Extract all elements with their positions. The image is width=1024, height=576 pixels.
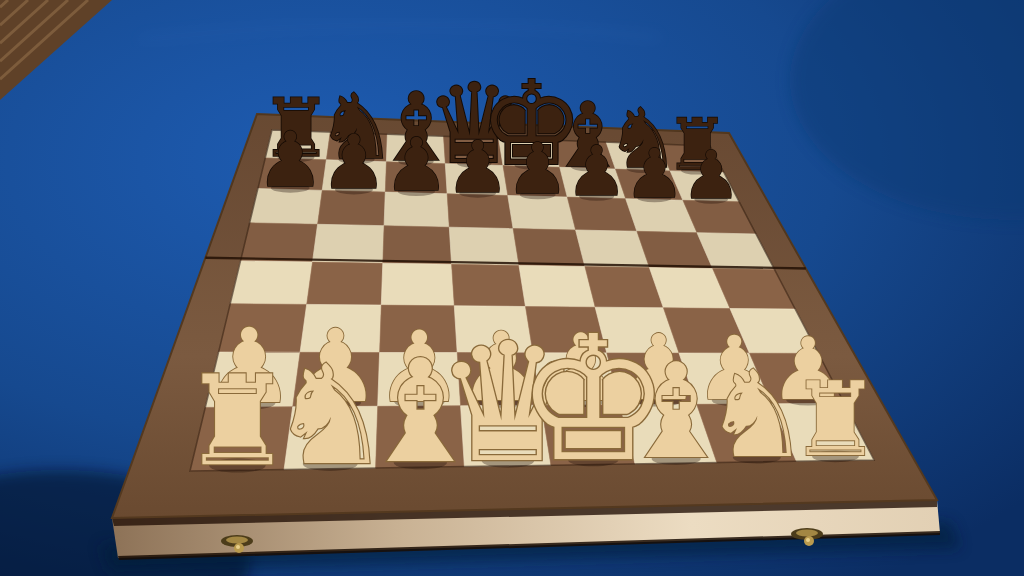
piece-black-pawn-a7[interactable]: ♟ [256, 115, 324, 204]
chess-photo-scene: ♜♞♝♛♚♝♞♜♟♟♟♟♟♟♟♟♟♟♟♟♟♟♟♟♜♞♝♛♚♝♞♜ [0, 0, 1024, 576]
piece-black-pawn-g7[interactable]: ♟ [624, 134, 685, 213]
piece-white-rook-h1[interactable]: ♜ [790, 360, 882, 479]
piece-black-pawn-c7[interactable]: ♟ [384, 122, 449, 207]
piece-black-pawn-f7[interactable]: ♟ [566, 131, 628, 211]
piece-black-pawn-d7[interactable]: ♟ [446, 126, 510, 209]
piece-black-pawn-h7[interactable]: ♟ [681, 136, 740, 214]
piece-black-pawn-b7[interactable]: ♟ [321, 119, 388, 206]
square-c4[interactable] [381, 263, 454, 306]
square-b4[interactable] [307, 262, 383, 305]
piece-black-pawn-e7[interactable]: ♟ [506, 128, 569, 210]
square-d4[interactable] [452, 264, 526, 306]
chessboard-scene-canvas: ♜♞♝♛♚♝♞♜♟♟♟♟♟♟♟♟♟♟♟♟♟♟♟♟♜♞♝♛♚♝♞♜ [0, 0, 1024, 576]
square-a4[interactable] [230, 261, 312, 305]
